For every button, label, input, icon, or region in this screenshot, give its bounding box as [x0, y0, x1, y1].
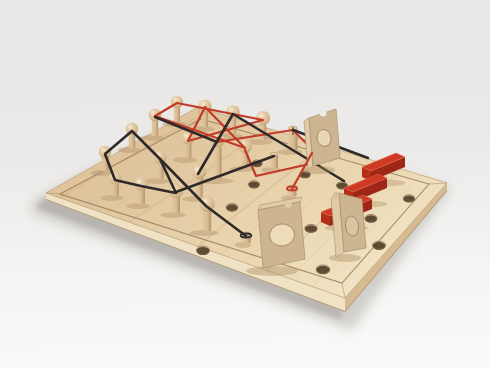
empty-hole[interactable]	[305, 224, 317, 233]
empty-hole[interactable]	[365, 214, 377, 222]
empty-hole[interactable]	[248, 181, 259, 189]
photo-backdrop	[0, 0, 490, 368]
tile-notch	[284, 200, 292, 208]
empty-hole[interactable]	[373, 241, 386, 250]
empty-hole[interactable]	[226, 204, 238, 212]
empty-hole[interactable]	[196, 246, 209, 255]
pegboard-scene	[0, 0, 490, 368]
empty-hole[interactable]	[316, 265, 330, 274]
tile-notch	[320, 110, 327, 117]
tile-notch	[333, 192, 339, 198]
empty-hole[interactable]	[403, 195, 415, 203]
